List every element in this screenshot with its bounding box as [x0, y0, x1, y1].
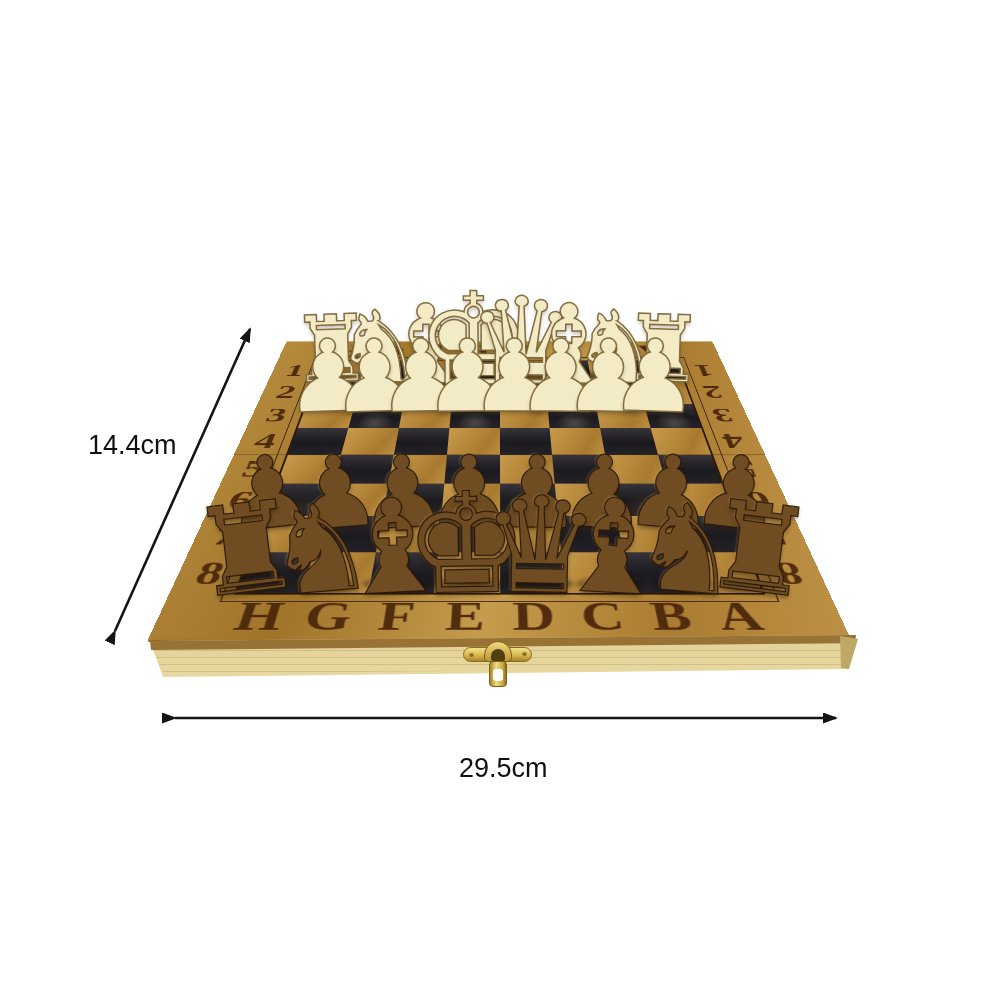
height-dimension-label: 14.4cm	[88, 432, 177, 459]
height-dimension-arrow	[115, 329, 250, 631]
product-photo-canvas: HH11GG22FF33EE44DD55CC66BB77AA88 ♜♞♝♚♛♝♞…	[0, 0, 1001, 1001]
width-dimension-label: 29.5cm	[459, 755, 548, 782]
dimension-arrows	[0, 0, 1001, 1001]
